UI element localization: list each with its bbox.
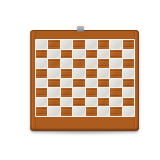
board-square [36, 69, 47, 78]
board-square [61, 50, 72, 59]
board-square [98, 50, 109, 59]
board-square [61, 40, 72, 49]
board-square [48, 69, 59, 78]
board-square [48, 79, 59, 88]
board-square [48, 107, 59, 116]
board-square [86, 50, 97, 59]
board-square [110, 40, 121, 49]
board-square [86, 69, 97, 78]
wooden-chessboard [30, 30, 139, 131]
board-square [36, 88, 47, 97]
board-square [86, 98, 97, 107]
board-square [61, 69, 72, 78]
board-square [123, 98, 134, 107]
product-photo [0, 0, 160, 160]
board-square [48, 59, 59, 68]
board-square [98, 107, 109, 116]
board-square [61, 79, 72, 88]
board-square [86, 79, 97, 88]
board-square [36, 107, 47, 116]
board-square [123, 107, 134, 116]
board-square [61, 107, 72, 116]
board-square [48, 40, 59, 49]
board-square [110, 50, 121, 59]
board-square [73, 107, 84, 116]
board-square [48, 98, 59, 107]
board-square [73, 98, 84, 107]
board-square [36, 79, 47, 88]
board-square [123, 50, 134, 59]
board-square [98, 79, 109, 88]
board-square [48, 88, 59, 97]
board-square [98, 40, 109, 49]
board-square [36, 40, 47, 49]
board-square [98, 69, 109, 78]
board-square [123, 40, 134, 49]
board-square [61, 88, 72, 97]
board-square [123, 79, 134, 88]
board-square [86, 88, 97, 97]
board-square [123, 59, 134, 68]
board-square [73, 40, 84, 49]
board-square [73, 79, 84, 88]
metal-clasp-icon [77, 26, 84, 32]
board-square [98, 98, 109, 107]
board-square [36, 98, 47, 107]
board-square [110, 98, 121, 107]
board-square [110, 107, 121, 116]
board-square [48, 50, 59, 59]
board-square [98, 88, 109, 97]
board-square [36, 59, 47, 68]
board-square [110, 59, 121, 68]
board-square [98, 59, 109, 68]
board-square [73, 88, 84, 97]
board-frame [35, 39, 135, 117]
board-square [110, 88, 121, 97]
board-square [61, 59, 72, 68]
board-square [61, 98, 72, 107]
board-square [110, 79, 121, 88]
board-square [86, 40, 97, 49]
board-square [86, 107, 97, 116]
board-square [123, 69, 134, 78]
board-square [123, 88, 134, 97]
board-square [73, 59, 84, 68]
board-square [73, 69, 84, 78]
board-square [73, 50, 84, 59]
board-square [36, 50, 47, 59]
board-square [86, 59, 97, 68]
chess-board-grid [36, 40, 134, 116]
board-square [110, 69, 121, 78]
